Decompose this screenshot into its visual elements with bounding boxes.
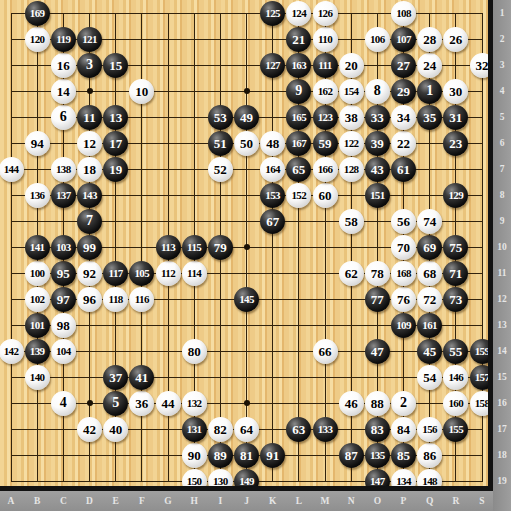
grid-line-vertical-A	[11, 13, 12, 482]
stone-K6-white: 48	[260, 131, 285, 156]
stone-R10-black: 75	[443, 235, 468, 260]
stone-M3-black: 111	[313, 53, 338, 78]
move-number: 36	[135, 397, 148, 410]
move-number: 103	[56, 242, 71, 253]
stone-M7-white: 166	[313, 157, 338, 182]
col-label-B: B	[34, 496, 40, 506]
move-number: 97	[57, 293, 70, 306]
stone-E6-black: 17	[103, 131, 128, 156]
move-number: 78	[371, 267, 384, 280]
stone-P5-white: 34	[391, 105, 416, 130]
stone-P13-black: 109	[391, 313, 416, 338]
stone-H11-white: 114	[182, 261, 207, 286]
move-number: 146	[448, 372, 463, 383]
stone-J18-black: 81	[234, 443, 259, 468]
stone-H18-white: 90	[182, 443, 207, 468]
stone-D7-white: 18	[77, 157, 102, 182]
stone-G10-black: 113	[156, 235, 181, 260]
move-number: 164	[265, 164, 280, 175]
stone-N9-white: 58	[339, 209, 364, 234]
stone-E15-black: 37	[103, 365, 128, 390]
stone-F15-black: 41	[129, 365, 154, 390]
stone-B8-white: 136	[25, 183, 50, 208]
move-number: 24	[423, 59, 436, 72]
move-number: 30	[449, 85, 462, 98]
move-number: 102	[30, 294, 45, 305]
stone-F11-black: 105	[129, 261, 154, 286]
move-number: 29	[397, 85, 410, 98]
row-label-17: 17	[497, 424, 507, 434]
move-number: 154	[344, 86, 359, 97]
move-number: 76	[397, 293, 410, 306]
stone-C14-white: 104	[51, 339, 76, 364]
row-label-4: 4	[500, 86, 505, 96]
stone-N6-white: 122	[339, 131, 364, 156]
move-number: 138	[56, 164, 71, 175]
stone-R5-black: 31	[443, 105, 468, 130]
move-number: 124	[291, 8, 306, 19]
stone-K18-black: 91	[260, 443, 285, 468]
move-number: 85	[397, 449, 410, 462]
move-number: 31	[449, 111, 462, 124]
stone-P1-white: 108	[391, 1, 416, 26]
move-number: 77	[371, 293, 384, 306]
move-number: 168	[396, 268, 411, 279]
move-number: 110	[318, 34, 332, 45]
move-number: 130	[213, 476, 228, 487]
col-label-S: S	[479, 496, 484, 506]
move-number: 137	[56, 190, 71, 201]
move-number: 62	[345, 267, 358, 280]
stone-K3-black: 127	[260, 53, 285, 78]
col-label-K: K	[269, 496, 276, 506]
stone-D10-black: 99	[77, 235, 102, 260]
stone-Q3-white: 24	[417, 53, 442, 78]
stone-N7-white: 128	[339, 157, 364, 182]
goban[interactable]: 1234567891011121314151617181920212223242…	[0, 0, 511, 511]
move-number: 42	[83, 423, 96, 436]
stone-P3-black: 27	[391, 53, 416, 78]
stone-B1-black: 169	[25, 1, 50, 26]
stone-B13-black: 101	[25, 313, 50, 338]
move-number: 34	[397, 111, 410, 124]
move-number: 136	[30, 190, 45, 201]
stone-N4-white: 154	[339, 79, 364, 104]
move-number: 21	[292, 33, 305, 46]
stone-P7-black: 61	[391, 157, 416, 182]
col-label-D: D	[86, 496, 93, 506]
move-number: 80	[188, 345, 201, 358]
stone-L6-black: 167	[286, 131, 311, 156]
stone-R17-black: 155	[443, 417, 468, 442]
move-number: 51	[214, 137, 227, 150]
stone-F12-white: 116	[129, 287, 154, 312]
move-number: 16	[57, 59, 70, 72]
stone-J12-black: 145	[234, 287, 259, 312]
move-number: 63	[292, 423, 305, 436]
stone-O7-black: 43	[365, 157, 390, 182]
move-number: 28	[423, 33, 436, 46]
stone-B14-black: 139	[25, 339, 50, 364]
stone-E16-black: 5	[103, 391, 128, 416]
move-number: 75	[449, 241, 462, 254]
stone-Q12-white: 72	[417, 287, 442, 312]
stone-I18-black: 89	[208, 443, 233, 468]
stone-N11-white: 62	[339, 261, 364, 286]
move-number: 127	[265, 60, 280, 71]
move-number: 106	[370, 34, 385, 45]
move-number: 141	[30, 242, 45, 253]
move-number: 70	[397, 241, 410, 254]
stone-R14-black: 55	[443, 339, 468, 364]
move-number: 132	[187, 398, 202, 409]
col-label-F: F	[139, 496, 145, 506]
move-number: 26	[449, 33, 462, 46]
move-number: 33	[371, 111, 384, 124]
move-number: 115	[187, 242, 201, 253]
stone-B12-white: 102	[25, 287, 50, 312]
move-number: 14	[57, 85, 70, 98]
move-number: 122	[344, 138, 359, 149]
row-label-6: 6	[500, 138, 505, 148]
stone-L4-black: 9	[286, 79, 311, 104]
go-diagram: 1234567891011121314151617181920212223242…	[0, 0, 511, 511]
stone-Q2-white: 28	[417, 27, 442, 52]
move-number: 113	[161, 242, 175, 253]
move-number: 90	[188, 449, 201, 462]
move-number: 84	[397, 423, 410, 436]
col-label-R: R	[452, 496, 459, 506]
stone-P16-white: 2	[391, 391, 416, 416]
move-number: 2	[400, 396, 407, 410]
stone-E3-black: 15	[103, 53, 128, 78]
move-number: 41	[135, 371, 148, 384]
move-number: 91	[266, 449, 279, 462]
stone-O16-white: 88	[365, 391, 390, 416]
stone-C11-black: 95	[51, 261, 76, 286]
move-number: 129	[448, 190, 463, 201]
move-number: 145	[239, 294, 254, 305]
stone-A14-white: 142	[0, 339, 24, 364]
move-number: 43	[371, 163, 384, 176]
stone-I7-white: 52	[208, 157, 233, 182]
move-number: 134	[396, 476, 411, 487]
move-number: 1	[426, 84, 433, 98]
move-number: 81	[240, 449, 253, 462]
row-label-3: 3	[500, 60, 505, 70]
row-label-13: 13	[497, 320, 507, 330]
stone-C13-white: 98	[51, 313, 76, 338]
move-number: 64	[240, 423, 253, 436]
move-number: 118	[109, 294, 123, 305]
stone-L7-black: 65	[286, 157, 311, 182]
stone-P4-black: 29	[391, 79, 416, 104]
star-point-J4	[244, 88, 250, 94]
row-label-15: 15	[497, 372, 507, 382]
move-number: 37	[109, 371, 122, 384]
col-label-Q: Q	[426, 496, 433, 506]
move-number: 6	[60, 110, 67, 124]
move-number: 50	[240, 137, 253, 150]
move-number: 56	[397, 215, 410, 228]
move-number: 22	[397, 137, 410, 150]
stone-D5-black: 11	[77, 105, 102, 130]
move-number: 108	[396, 8, 411, 19]
stone-J6-white: 50	[234, 131, 259, 156]
stone-A7-white: 144	[0, 157, 24, 182]
stone-M4-white: 162	[313, 79, 338, 104]
stone-M1-white: 126	[313, 1, 338, 26]
col-label-C: C	[60, 496, 67, 506]
move-number: 107	[396, 34, 411, 45]
col-label-E: E	[112, 496, 118, 506]
row-label-11: 11	[498, 268, 507, 278]
stone-R16-white: 160	[443, 391, 468, 416]
stone-I17-white: 82	[208, 417, 233, 442]
stone-L5-black: 165	[286, 105, 311, 130]
col-label-L: L	[296, 496, 302, 506]
stone-N16-white: 46	[339, 391, 364, 416]
move-number: 66	[319, 345, 332, 358]
col-label-P: P	[401, 496, 407, 506]
move-number: 148	[422, 476, 437, 487]
move-number: 133	[318, 424, 333, 435]
stone-C8-black: 137	[51, 183, 76, 208]
stone-B11-white: 100	[25, 261, 50, 286]
move-number: 128	[344, 164, 359, 175]
move-number: 150	[187, 476, 202, 487]
stone-L8-white: 152	[286, 183, 311, 208]
grid-line-vertical-K	[272, 13, 273, 482]
stone-M8-white: 60	[313, 183, 338, 208]
move-number: 131	[187, 424, 202, 435]
move-number: 5	[112, 396, 119, 410]
move-number: 60	[319, 189, 332, 202]
stone-D17-white: 42	[77, 417, 102, 442]
stone-R2-white: 26	[443, 27, 468, 52]
grid-line-horizontal-15	[11, 377, 483, 378]
stone-J17-white: 64	[234, 417, 259, 442]
col-label-I: I	[218, 496, 222, 506]
move-number: 169	[30, 8, 45, 19]
move-number: 69	[423, 241, 436, 254]
stone-L1-white: 124	[286, 1, 311, 26]
move-number: 52	[214, 163, 227, 176]
stone-F16-white: 36	[129, 391, 154, 416]
stone-Q15-white: 54	[417, 365, 442, 390]
stone-D2-black: 121	[77, 27, 102, 52]
move-number: 3	[86, 58, 93, 72]
row-label-12: 12	[497, 294, 507, 304]
move-number: 38	[345, 111, 358, 124]
move-number: 112	[161, 268, 175, 279]
move-number: 135	[370, 450, 385, 461]
move-number: 94	[31, 137, 44, 150]
move-number: 67	[266, 215, 279, 228]
stone-O8-black: 151	[365, 183, 390, 208]
move-number: 165	[291, 112, 306, 123]
move-number: 92	[83, 267, 96, 280]
move-number: 9	[295, 84, 302, 98]
move-number: 98	[57, 319, 70, 332]
move-number: 167	[291, 138, 306, 149]
stone-D8-black: 143	[77, 183, 102, 208]
star-point-D16	[87, 400, 93, 406]
stone-O2-white: 106	[365, 27, 390, 52]
stone-N3-white: 20	[339, 53, 364, 78]
col-label-A: A	[8, 496, 15, 506]
move-number: 39	[371, 137, 384, 150]
stone-D9-black: 7	[77, 209, 102, 234]
stone-F4-white: 10	[129, 79, 154, 104]
col-label-H: H	[190, 496, 197, 506]
move-number: 8	[374, 84, 381, 98]
stone-K9-black: 67	[260, 209, 285, 234]
stone-C2-black: 119	[51, 27, 76, 52]
stone-O4-white: 8	[365, 79, 390, 104]
move-number: 87	[345, 449, 358, 462]
move-number: 114	[187, 268, 201, 279]
stone-Q4-black: 1	[417, 79, 442, 104]
stone-D3-black: 3	[77, 53, 102, 78]
stone-D6-white: 12	[77, 131, 102, 156]
move-number: 7	[86, 214, 93, 228]
stone-P6-white: 22	[391, 131, 416, 156]
move-number: 48	[266, 137, 279, 150]
move-number: 143	[82, 190, 97, 201]
move-number: 71	[449, 267, 462, 280]
move-number: 151	[370, 190, 385, 201]
stone-P2-black: 107	[391, 27, 416, 52]
stone-Q5-black: 35	[417, 105, 442, 130]
move-number: 160	[448, 398, 463, 409]
move-number: 125	[265, 8, 280, 19]
stone-O14-black: 47	[365, 339, 390, 364]
stone-E11-black: 117	[103, 261, 128, 286]
row-label-14: 14	[497, 346, 507, 356]
row-label-1: 1	[500, 8, 505, 18]
row-label-7: 7	[500, 164, 505, 174]
move-number: 142	[4, 346, 19, 357]
stone-P9-white: 56	[391, 209, 416, 234]
stone-Q10-black: 69	[417, 235, 442, 260]
move-number: 119	[56, 34, 70, 45]
move-number: 4	[60, 396, 67, 410]
move-number: 123	[318, 112, 333, 123]
stone-H14-white: 80	[182, 339, 207, 364]
move-number: 72	[423, 293, 436, 306]
stone-G11-white: 112	[156, 261, 181, 286]
stone-J5-black: 49	[234, 105, 259, 130]
col-label-N: N	[348, 496, 355, 506]
move-number: 46	[345, 397, 358, 410]
move-number: 53	[214, 111, 227, 124]
row-label-8: 8	[500, 190, 505, 200]
star-point-J10	[244, 244, 250, 250]
move-number: 155	[448, 424, 463, 435]
stone-O5-black: 33	[365, 105, 390, 130]
stone-R8-black: 129	[443, 183, 468, 208]
move-number: 18	[83, 163, 96, 176]
stone-B10-black: 141	[25, 235, 50, 260]
move-number: 105	[134, 268, 149, 279]
move-number: 153	[265, 190, 280, 201]
grid-line-horizontal-14	[11, 351, 483, 352]
move-number: 161	[422, 320, 437, 331]
move-number: 147	[370, 476, 385, 487]
stone-E17-white: 40	[103, 417, 128, 442]
stone-I5-black: 53	[208, 105, 233, 130]
stone-M17-black: 133	[313, 417, 338, 442]
move-number: 99	[83, 241, 96, 254]
stone-P12-white: 76	[391, 287, 416, 312]
stone-E5-black: 13	[103, 105, 128, 130]
stone-D11-white: 92	[77, 261, 102, 286]
stone-C10-black: 103	[51, 235, 76, 260]
move-number: 12	[83, 137, 96, 150]
move-number: 96	[83, 293, 96, 306]
move-number: 44	[162, 397, 175, 410]
stone-C12-black: 97	[51, 287, 76, 312]
row-label-19: 19	[497, 476, 507, 486]
move-number: 101	[30, 320, 45, 331]
stone-M6-black: 59	[313, 131, 338, 156]
move-number: 86	[423, 449, 436, 462]
stone-G16-white: 44	[156, 391, 181, 416]
stone-O18-black: 135	[365, 443, 390, 468]
stone-Q14-black: 45	[417, 339, 442, 364]
move-number: 65	[292, 163, 305, 176]
move-number: 88	[371, 397, 384, 410]
stone-I10-black: 79	[208, 235, 233, 260]
move-number: 45	[423, 345, 436, 358]
move-number: 27	[397, 59, 410, 72]
stone-O11-white: 78	[365, 261, 390, 286]
stone-C3-white: 16	[51, 53, 76, 78]
stone-R12-black: 73	[443, 287, 468, 312]
stone-O17-black: 83	[365, 417, 390, 442]
stone-C5-white: 6	[51, 105, 76, 130]
stone-M14-white: 66	[313, 339, 338, 364]
move-number: 111	[318, 60, 332, 71]
move-number: 23	[449, 137, 462, 150]
stone-K7-white: 164	[260, 157, 285, 182]
move-number: 74	[423, 215, 436, 228]
row-label-2: 2	[500, 34, 505, 44]
stone-O6-black: 39	[365, 131, 390, 156]
col-label-G: G	[164, 496, 171, 506]
move-number: 166	[318, 164, 333, 175]
stone-R15-white: 146	[443, 365, 468, 390]
stone-R11-black: 71	[443, 261, 468, 286]
move-number: 121	[82, 34, 97, 45]
stone-Q17-white: 156	[417, 417, 442, 442]
move-number: 55	[449, 345, 462, 358]
col-label-O: O	[374, 496, 381, 506]
move-number: 59	[319, 137, 332, 150]
move-number: 61	[397, 163, 410, 176]
stone-Q13-black: 161	[417, 313, 442, 338]
stone-Q9-white: 74	[417, 209, 442, 234]
row-label-9: 9	[500, 216, 505, 226]
stone-P18-black: 85	[391, 443, 416, 468]
stone-E7-black: 19	[103, 157, 128, 182]
stone-Q11-white: 68	[417, 261, 442, 286]
row-label-16: 16	[497, 398, 507, 408]
move-number: 139	[30, 346, 45, 357]
move-number: 117	[109, 268, 123, 279]
row-label-10: 10	[497, 242, 507, 252]
